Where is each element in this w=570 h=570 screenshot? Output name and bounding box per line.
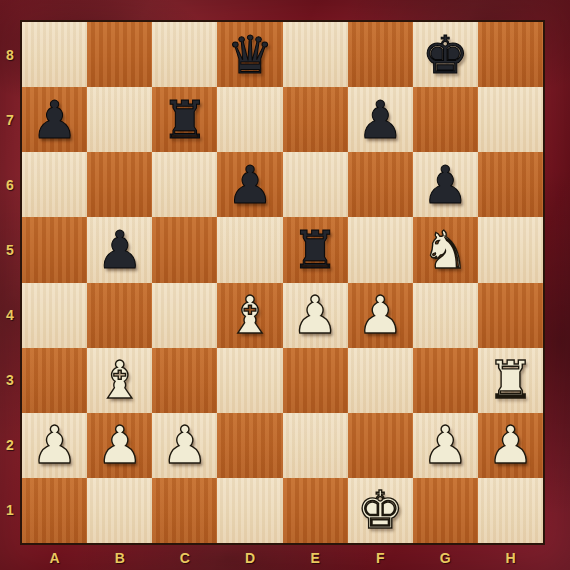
square-e2[interactable] bbox=[283, 413, 348, 478]
square-d5[interactable] bbox=[217, 217, 282, 282]
square-g8[interactable]: ♚ bbox=[413, 22, 478, 87]
square-f2[interactable] bbox=[348, 413, 413, 478]
square-d2[interactable] bbox=[217, 413, 282, 478]
piece-black-pawn-f7[interactable]: ♟ bbox=[348, 87, 413, 152]
square-c5[interactable] bbox=[152, 217, 217, 282]
square-h6[interactable] bbox=[478, 152, 543, 217]
square-f3[interactable] bbox=[348, 348, 413, 413]
file-label-e: E bbox=[283, 545, 348, 570]
file-label-f: F bbox=[348, 545, 413, 570]
square-e6[interactable] bbox=[283, 152, 348, 217]
piece-black-rook-c7[interactable]: ♜ bbox=[152, 87, 217, 152]
square-b7[interactable] bbox=[87, 87, 152, 152]
square-d7[interactable] bbox=[217, 87, 282, 152]
square-a8[interactable] bbox=[22, 22, 87, 87]
square-e1[interactable] bbox=[283, 478, 348, 543]
square-c6[interactable] bbox=[152, 152, 217, 217]
rank-label-8: 8 bbox=[0, 22, 20, 87]
square-h3[interactable]: ♜ bbox=[478, 348, 543, 413]
piece-white-pawn-c2[interactable]: ♟ bbox=[152, 413, 217, 478]
file-labels: ABCDEFGH bbox=[22, 545, 543, 570]
piece-white-bishop-b3[interactable]: ♝ bbox=[87, 348, 152, 413]
square-d8[interactable]: ♛ bbox=[217, 22, 282, 87]
square-c2[interactable]: ♟ bbox=[152, 413, 217, 478]
file-label-h: H bbox=[478, 545, 543, 570]
rank-label-7: 7 bbox=[0, 87, 20, 152]
square-c7[interactable]: ♜ bbox=[152, 87, 217, 152]
square-a4[interactable] bbox=[22, 283, 87, 348]
file-label-b: B bbox=[87, 545, 152, 570]
square-g2[interactable]: ♟ bbox=[413, 413, 478, 478]
square-c4[interactable] bbox=[152, 283, 217, 348]
square-b2[interactable]: ♟ bbox=[87, 413, 152, 478]
square-a7[interactable]: ♟ bbox=[22, 87, 87, 152]
square-b6[interactable] bbox=[87, 152, 152, 217]
square-c1[interactable] bbox=[152, 478, 217, 543]
square-d6[interactable]: ♟ bbox=[217, 152, 282, 217]
rank-label-5: 5 bbox=[0, 217, 20, 282]
piece-black-queen-d8[interactable]: ♛ bbox=[217, 22, 282, 87]
piece-white-bishop-d4[interactable]: ♝ bbox=[217, 283, 282, 348]
square-h1[interactable] bbox=[478, 478, 543, 543]
piece-white-pawn-g2[interactable]: ♟ bbox=[413, 413, 478, 478]
square-f5[interactable] bbox=[348, 217, 413, 282]
square-b8[interactable] bbox=[87, 22, 152, 87]
square-e5[interactable]: ♜ bbox=[283, 217, 348, 282]
square-f7[interactable]: ♟ bbox=[348, 87, 413, 152]
piece-white-king-f1[interactable]: ♚ bbox=[348, 478, 413, 543]
square-h8[interactable] bbox=[478, 22, 543, 87]
chessboard-window: ♛♚♟♜♟♟♟♟♜♞♝♟♟♝♜♟♟♟♟♟♚ 87654321 ABCDEFGH bbox=[0, 0, 570, 570]
square-g7[interactable] bbox=[413, 87, 478, 152]
piece-black-king-g8[interactable]: ♚ bbox=[413, 22, 478, 87]
square-g1[interactable] bbox=[413, 478, 478, 543]
rank-label-3: 3 bbox=[0, 348, 20, 413]
square-f6[interactable] bbox=[348, 152, 413, 217]
file-label-c: C bbox=[152, 545, 217, 570]
file-label-a: A bbox=[22, 545, 87, 570]
piece-black-pawn-d6[interactable]: ♟ bbox=[217, 152, 282, 217]
square-b5[interactable]: ♟ bbox=[87, 217, 152, 282]
chess-board: ♛♚♟♜♟♟♟♟♜♞♝♟♟♝♜♟♟♟♟♟♚ bbox=[22, 22, 543, 543]
piece-black-pawn-a7[interactable]: ♟ bbox=[22, 87, 87, 152]
rank-label-6: 6 bbox=[0, 152, 20, 217]
square-h4[interactable] bbox=[478, 283, 543, 348]
piece-black-pawn-g6[interactable]: ♟ bbox=[413, 152, 478, 217]
square-a1[interactable] bbox=[22, 478, 87, 543]
piece-black-rook-e5[interactable]: ♜ bbox=[283, 217, 348, 282]
square-c8[interactable] bbox=[152, 22, 217, 87]
square-b1[interactable] bbox=[87, 478, 152, 543]
square-d3[interactable] bbox=[217, 348, 282, 413]
square-h7[interactable] bbox=[478, 87, 543, 152]
file-label-g: G bbox=[413, 545, 478, 570]
square-c3[interactable] bbox=[152, 348, 217, 413]
board-frame: ♛♚♟♜♟♟♟♟♜♞♝♟♟♝♜♟♟♟♟♟♚ bbox=[20, 20, 545, 545]
piece-white-rook-h3[interactable]: ♜ bbox=[478, 348, 543, 413]
square-d4[interactable]: ♝ bbox=[217, 283, 282, 348]
piece-white-pawn-a2[interactable]: ♟ bbox=[22, 413, 87, 478]
square-a2[interactable]: ♟ bbox=[22, 413, 87, 478]
square-a3[interactable] bbox=[22, 348, 87, 413]
piece-white-pawn-e4[interactable]: ♟ bbox=[283, 283, 348, 348]
square-h2[interactable]: ♟ bbox=[478, 413, 543, 478]
rank-label-2: 2 bbox=[0, 413, 20, 478]
square-e3[interactable] bbox=[283, 348, 348, 413]
rank-label-1: 1 bbox=[0, 478, 20, 543]
square-e8[interactable] bbox=[283, 22, 348, 87]
piece-black-pawn-b5[interactable]: ♟ bbox=[87, 217, 152, 282]
square-g6[interactable]: ♟ bbox=[413, 152, 478, 217]
square-a6[interactable] bbox=[22, 152, 87, 217]
piece-white-pawn-b2[interactable]: ♟ bbox=[87, 413, 152, 478]
square-e4[interactable]: ♟ bbox=[283, 283, 348, 348]
piece-white-pawn-f4[interactable]: ♟ bbox=[348, 283, 413, 348]
square-a5[interactable] bbox=[22, 217, 87, 282]
piece-white-pawn-h2[interactable]: ♟ bbox=[478, 413, 543, 478]
rank-label-4: 4 bbox=[0, 283, 20, 348]
square-g3[interactable] bbox=[413, 348, 478, 413]
square-d1[interactable] bbox=[217, 478, 282, 543]
square-b3[interactable]: ♝ bbox=[87, 348, 152, 413]
square-b4[interactable] bbox=[87, 283, 152, 348]
square-f4[interactable]: ♟ bbox=[348, 283, 413, 348]
square-f1[interactable]: ♚ bbox=[348, 478, 413, 543]
square-g5[interactable]: ♞ bbox=[413, 217, 478, 282]
square-g4[interactable] bbox=[413, 283, 478, 348]
square-f8[interactable] bbox=[348, 22, 413, 87]
square-e7[interactable] bbox=[283, 87, 348, 152]
rank-labels: 87654321 bbox=[0, 22, 20, 543]
piece-white-knight-g5[interactable]: ♞ bbox=[413, 217, 478, 282]
square-h5[interactable] bbox=[478, 217, 543, 282]
file-label-d: D bbox=[217, 545, 282, 570]
